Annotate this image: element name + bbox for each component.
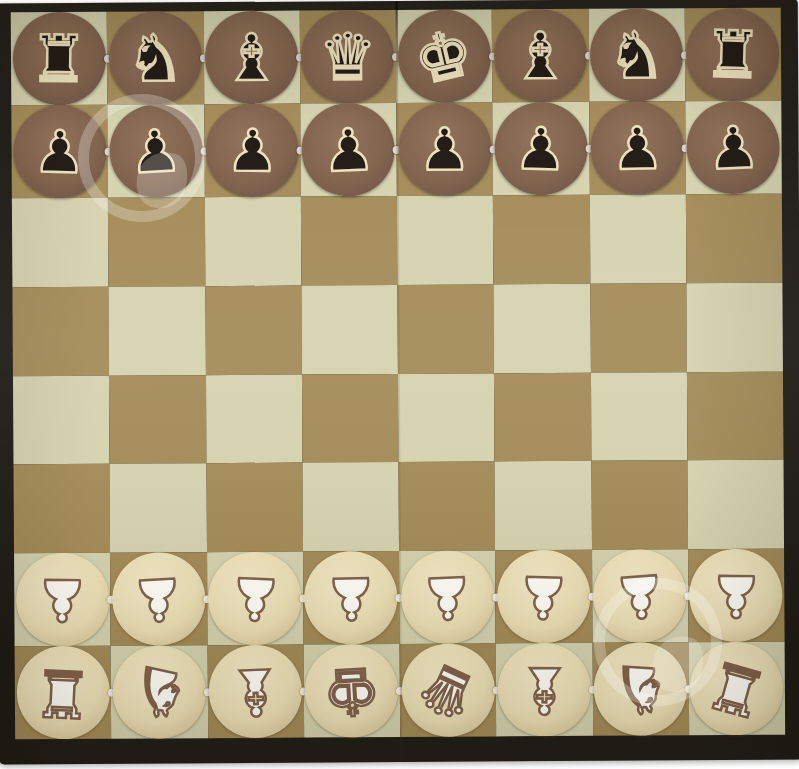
square-g8[interactable]: ♞: [588, 8, 685, 102]
white-pawn-disc[interactable]: ♟: [497, 550, 591, 644]
black-rook-disc[interactable]: ♜: [686, 8, 780, 102]
white-queen-disc[interactable]: ♛: [401, 643, 495, 737]
square-f7[interactable]: ♟: [493, 102, 590, 196]
square-b7[interactable]: ♟: [108, 104, 205, 198]
black-king-disc[interactable]: ♚: [397, 9, 491, 103]
square-f2[interactable]: ♟: [495, 550, 592, 644]
white-pawn-disc[interactable]: ♟: [208, 552, 302, 646]
board-frame: ♜♞♝♛♚♝♞♜♟♟♟♟♟♟♟♟♟♟♟♟♟♟♟♟♜♞♝♚♛♝♞♜: [0, 0, 799, 764]
white-pawn-disc[interactable]: ♟: [112, 552, 206, 646]
black-pawn: ♟: [226, 121, 279, 180]
square-a6[interactable]: [12, 198, 109, 287]
square-g1[interactable]: ♞: [592, 642, 689, 736]
square-c6[interactable]: [204, 197, 301, 286]
square-d3[interactable]: [302, 462, 399, 551]
white-knight-disc[interactable]: ♞: [112, 645, 206, 739]
black-rook: ♜: [703, 22, 762, 88]
square-d4[interactable]: [302, 374, 399, 463]
white-pawn-disc[interactable]: ♟: [593, 549, 687, 643]
black-pawn-disc[interactable]: ♟: [13, 105, 107, 199]
square-c5[interactable]: [205, 285, 302, 374]
square-e6[interactable]: [397, 195, 494, 284]
white-rook: ♜: [33, 659, 93, 726]
square-f3[interactable]: [495, 461, 592, 550]
square-b1[interactable]: ♞: [111, 645, 208, 739]
white-pawn-disc[interactable]: ♟: [304, 551, 398, 645]
square-f6[interactable]: [493, 195, 590, 284]
square-f8[interactable]: ♝: [492, 9, 589, 103]
square-f5[interactable]: [494, 284, 591, 373]
white-knight-disc[interactable]: ♞: [594, 642, 688, 736]
square-c3[interactable]: [206, 463, 303, 552]
black-bishop-disc[interactable]: ♝: [205, 11, 299, 105]
square-e3[interactable]: [398, 462, 495, 551]
white-rook-disc[interactable]: ♜: [690, 642, 784, 736]
chessboard-photo: ♜♞♝♛♚♝♞♜♟♟♟♟♟♟♟♟♟♟♟♟♟♟♟♟♜♞♝♚♛♝♞♜: [0, 0, 799, 769]
square-b6[interactable]: [108, 197, 205, 286]
square-h5[interactable]: [686, 282, 783, 371]
white-bishop-disc[interactable]: ♝: [497, 643, 591, 737]
black-pawn-disc[interactable]: ♟: [687, 101, 781, 195]
square-a1[interactable]: ♜: [15, 646, 112, 740]
square-a3[interactable]: [14, 464, 111, 553]
square-a2[interactable]: ♟: [14, 553, 111, 647]
black-rook: ♜: [30, 26, 88, 91]
square-g3[interactable]: [591, 460, 688, 549]
white-pawn: ♟: [517, 567, 571, 626]
square-e4[interactable]: [398, 373, 495, 462]
white-pawn: ♟: [420, 567, 474, 627]
white-knight: ♞: [610, 655, 671, 723]
square-e8[interactable]: ♚: [396, 9, 493, 103]
white-king: ♚: [321, 657, 382, 724]
square-g7[interactable]: ♟: [589, 101, 686, 195]
white-pawn: ♟: [325, 568, 378, 627]
white-queen: ♛: [409, 649, 488, 731]
square-g2[interactable]: ♟: [592, 549, 689, 643]
square-e2[interactable]: ♟: [399, 550, 496, 644]
square-c1[interactable]: ♝: [207, 645, 304, 739]
black-pawn: ♟: [611, 118, 664, 177]
black-king: ♚: [409, 18, 480, 94]
black-pawn-disc[interactable]: ♟: [398, 102, 492, 196]
square-a7[interactable]: ♟: [11, 105, 108, 199]
white-bishop-disc[interactable]: ♝: [209, 645, 303, 739]
square-e5[interactable]: [397, 284, 494, 373]
black-pawn: ♟: [321, 120, 375, 180]
black-bishop: ♝: [512, 23, 570, 87]
square-f4[interactable]: [494, 372, 591, 461]
black-knight: ♞: [127, 26, 185, 90]
black-queen-disc[interactable]: ♛: [301, 10, 395, 104]
white-pawn: ♟: [710, 566, 763, 625]
square-g5[interactable]: [590, 283, 687, 372]
black-pawn: ♟: [419, 120, 471, 178]
square-h3[interactable]: [687, 460, 784, 549]
square-f1[interactable]: ♝: [496, 643, 593, 737]
black-pawn: ♟: [514, 119, 568, 178]
white-king-disc[interactable]: ♚: [305, 644, 399, 738]
black-pawn: ♟: [33, 122, 87, 181]
white-pawn: ♟: [36, 570, 89, 629]
white-rook-disc[interactable]: ♜: [16, 646, 110, 740]
square-d7[interactable]: ♟: [300, 103, 397, 197]
square-h4[interactable]: [687, 371, 784, 460]
square-b2[interactable]: ♟: [110, 552, 207, 646]
square-c2[interactable]: ♟: [207, 552, 304, 646]
black-pawn: ♟: [706, 117, 760, 177]
square-c4[interactable]: [205, 374, 302, 463]
white-rook: ♜: [700, 650, 773, 727]
square-h1[interactable]: ♜: [688, 642, 785, 736]
white-pawn-disc[interactable]: ♟: [16, 553, 110, 647]
black-bishop-disc[interactable]: ♝: [494, 9, 588, 103]
white-pawn: ♟: [612, 565, 668, 627]
black-queen: ♛: [319, 25, 377, 89]
square-d6[interactable]: [301, 196, 398, 285]
square-e1[interactable]: ♛: [400, 643, 497, 737]
square-g6[interactable]: [589, 194, 686, 283]
square-b4[interactable]: [109, 375, 206, 464]
square-b3[interactable]: [110, 463, 207, 552]
square-h2[interactable]: ♟: [688, 549, 785, 643]
square-d2[interactable]: ♟: [303, 551, 400, 645]
white-pawn: ♟: [228, 568, 283, 628]
black-pawn: ♟: [128, 121, 183, 182]
square-h7[interactable]: ♟: [685, 101, 782, 195]
white-bishop: ♝: [226, 658, 286, 724]
black-knight: ♞: [608, 23, 666, 87]
black-knight-disc[interactable]: ♞: [109, 11, 203, 105]
square-a5[interactable]: [12, 287, 109, 376]
black-pawn-disc[interactable]: ♟: [109, 104, 203, 198]
square-e7[interactable]: ♟: [396, 102, 493, 196]
black-rook-disc[interactable]: ♜: [12, 12, 106, 106]
square-c7[interactable]: ♟: [204, 104, 301, 198]
white-pawn-disc[interactable]: ♟: [401, 550, 495, 644]
white-knight: ♞: [124, 654, 194, 729]
square-h6[interactable]: [686, 194, 783, 283]
black-bishop: ♝: [223, 25, 281, 89]
square-b8[interactable]: ♞: [107, 11, 204, 105]
white-pawn: ♟: [131, 568, 186, 629]
square-a4[interactable]: [13, 375, 110, 464]
black-pawn-disc[interactable]: ♟: [205, 104, 299, 198]
white-pawn-disc[interactable]: ♟: [689, 549, 783, 643]
square-h8[interactable]: ♜: [684, 8, 781, 102]
chess-board: ♜♞♝♛♚♝♞♜♟♟♟♟♟♟♟♟♟♟♟♟♟♟♟♟♜♞♝♚♛♝♞♜: [11, 8, 785, 740]
square-c8[interactable]: ♝: [203, 11, 300, 105]
square-d8[interactable]: ♛: [299, 10, 396, 104]
black-pawn-disc[interactable]: ♟: [494, 102, 588, 196]
square-b5[interactable]: [109, 286, 206, 375]
white-bishop: ♝: [515, 657, 573, 722]
square-d1[interactable]: ♚: [303, 644, 400, 738]
square-a8[interactable]: ♜: [11, 12, 108, 106]
black-pawn-disc[interactable]: ♟: [590, 101, 684, 195]
black-knight-disc[interactable]: ♞: [590, 8, 684, 102]
square-d5[interactable]: [301, 285, 398, 374]
square-g4[interactable]: [590, 372, 687, 461]
black-pawn-disc[interactable]: ♟: [302, 103, 396, 197]
